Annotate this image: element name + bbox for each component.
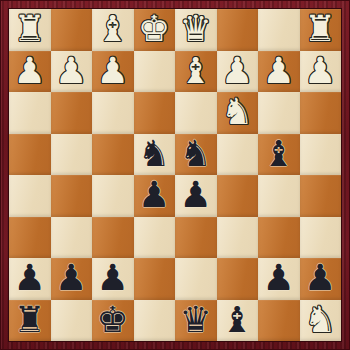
square-g2[interactable]: ♟ <box>258 258 300 300</box>
piece-white-queen[interactable]: ♛ <box>180 8 212 50</box>
square-b4[interactable] <box>51 175 93 217</box>
chess-board: ♜♝♚♛♜♟♟♟♝♟♟♟♞♞♞♝♟♟♟♟♟♟♟♜♚♛♝♞ <box>9 9 341 341</box>
square-a5[interactable] <box>9 134 51 176</box>
piece-black-king[interactable]: ♚ <box>97 299 129 341</box>
piece-black-pawn[interactable]: ♟ <box>14 257 46 299</box>
square-g8[interactable] <box>258 9 300 51</box>
piece-white-pawn[interactable]: ♟ <box>55 50 87 92</box>
square-a1[interactable]: ♜ <box>9 300 51 342</box>
square-e6[interactable] <box>175 92 217 134</box>
square-d1[interactable] <box>134 300 176 342</box>
square-f7[interactable]: ♟ <box>217 51 259 93</box>
square-g1[interactable] <box>258 300 300 342</box>
piece-black-pawn[interactable]: ♟ <box>263 257 295 299</box>
square-f1[interactable]: ♝ <box>217 300 259 342</box>
piece-white-pawn[interactable]: ♟ <box>14 50 46 92</box>
square-b5[interactable] <box>51 134 93 176</box>
piece-white-pawn[interactable]: ♟ <box>221 50 253 92</box>
square-e8[interactable]: ♛ <box>175 9 217 51</box>
square-c1[interactable]: ♚ <box>92 300 134 342</box>
square-e4[interactable]: ♟ <box>175 175 217 217</box>
piece-white-bishop[interactable]: ♝ <box>97 8 129 50</box>
piece-black-pawn[interactable]: ♟ <box>97 257 129 299</box>
square-d2[interactable] <box>134 258 176 300</box>
square-h6[interactable] <box>300 92 342 134</box>
piece-white-pawn[interactable]: ♟ <box>304 50 336 92</box>
square-c4[interactable] <box>92 175 134 217</box>
square-b3[interactable] <box>51 217 93 259</box>
square-h7[interactable]: ♟ <box>300 51 342 93</box>
square-a2[interactable]: ♟ <box>9 258 51 300</box>
piece-white-pawn[interactable]: ♟ <box>97 50 129 92</box>
square-d4[interactable]: ♟ <box>134 175 176 217</box>
piece-black-knight[interactable]: ♞ <box>180 133 212 175</box>
square-g5[interactable]: ♝ <box>258 134 300 176</box>
piece-white-knight[interactable]: ♞ <box>221 91 253 133</box>
square-d6[interactable] <box>134 92 176 134</box>
square-e7[interactable]: ♝ <box>175 51 217 93</box>
square-h1[interactable]: ♞ <box>300 300 342 342</box>
square-a6[interactable] <box>9 92 51 134</box>
square-h2[interactable]: ♟ <box>300 258 342 300</box>
square-e5[interactable]: ♞ <box>175 134 217 176</box>
square-c3[interactable] <box>92 217 134 259</box>
square-c5[interactable] <box>92 134 134 176</box>
square-d5[interactable]: ♞ <box>134 134 176 176</box>
square-b7[interactable]: ♟ <box>51 51 93 93</box>
square-a4[interactable] <box>9 175 51 217</box>
piece-white-bishop[interactable]: ♝ <box>180 50 212 92</box>
square-e2[interactable] <box>175 258 217 300</box>
square-c8[interactable]: ♝ <box>92 9 134 51</box>
square-h8[interactable]: ♜ <box>300 9 342 51</box>
piece-black-bishop[interactable]: ♝ <box>263 133 295 175</box>
square-a3[interactable] <box>9 217 51 259</box>
square-b6[interactable] <box>51 92 93 134</box>
square-h4[interactable] <box>300 175 342 217</box>
square-c2[interactable]: ♟ <box>92 258 134 300</box>
square-f2[interactable] <box>217 258 259 300</box>
square-b2[interactable]: ♟ <box>51 258 93 300</box>
square-g3[interactable] <box>258 217 300 259</box>
piece-white-rook[interactable]: ♜ <box>304 8 336 50</box>
square-b1[interactable] <box>51 300 93 342</box>
square-g4[interactable] <box>258 175 300 217</box>
square-d3[interactable] <box>134 217 176 259</box>
square-f4[interactable] <box>217 175 259 217</box>
square-a7[interactable]: ♟ <box>9 51 51 93</box>
square-f6[interactable]: ♞ <box>217 92 259 134</box>
square-d8[interactable]: ♚ <box>134 9 176 51</box>
piece-black-pawn[interactable]: ♟ <box>180 174 212 216</box>
square-f5[interactable] <box>217 134 259 176</box>
chessboard-screenshot: ♜♝♚♛♜♟♟♟♝♟♟♟♞♞♞♝♟♟♟♟♟♟♟♜♚♛♝♞ <box>0 0 350 350</box>
square-g6[interactable] <box>258 92 300 134</box>
piece-white-rook[interactable]: ♜ <box>14 8 46 50</box>
square-h5[interactable] <box>300 134 342 176</box>
board-frame: ♜♝♚♛♜♟♟♟♝♟♟♟♞♞♞♝♟♟♟♟♟♟♟♜♚♛♝♞ <box>0 0 350 350</box>
piece-white-king[interactable]: ♚ <box>138 8 170 50</box>
piece-black-pawn[interactable]: ♟ <box>304 257 336 299</box>
square-b8[interactable] <box>51 9 93 51</box>
piece-white-knight[interactable]: ♞ <box>304 299 336 341</box>
square-c6[interactable] <box>92 92 134 134</box>
piece-white-pawn[interactable]: ♟ <box>263 50 295 92</box>
piece-black-knight[interactable]: ♞ <box>138 133 170 175</box>
piece-black-pawn[interactable]: ♟ <box>138 174 170 216</box>
square-e1[interactable]: ♛ <box>175 300 217 342</box>
square-e3[interactable] <box>175 217 217 259</box>
square-c7[interactable]: ♟ <box>92 51 134 93</box>
piece-black-queen[interactable]: ♛ <box>180 299 212 341</box>
square-g7[interactable]: ♟ <box>258 51 300 93</box>
square-f3[interactable] <box>217 217 259 259</box>
square-h3[interactable] <box>300 217 342 259</box>
piece-black-bishop[interactable]: ♝ <box>221 299 253 341</box>
piece-black-rook[interactable]: ♜ <box>14 299 46 341</box>
square-a8[interactable]: ♜ <box>9 9 51 51</box>
piece-black-pawn[interactable]: ♟ <box>55 257 87 299</box>
square-f8[interactable] <box>217 9 259 51</box>
square-d7[interactable] <box>134 51 176 93</box>
